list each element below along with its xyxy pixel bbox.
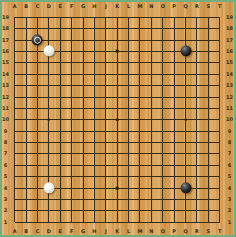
board-cell-D8[interactable] <box>43 137 54 148</box>
board-cell-F3[interactable] <box>66 194 77 205</box>
board-cell-D4[interactable] <box>43 182 54 193</box>
board-cell-L16[interactable] <box>123 46 134 57</box>
board-cell-N19[interactable] <box>146 12 157 23</box>
board-cell-M17[interactable] <box>134 34 145 45</box>
board-cell-B12[interactable] <box>20 91 31 102</box>
board-cell-G19[interactable] <box>77 12 88 23</box>
board-cell-C15[interactable] <box>32 57 43 68</box>
board-cell-B2[interactable] <box>20 205 31 216</box>
board-cell-S15[interactable] <box>203 57 214 68</box>
board-cell-J13[interactable] <box>100 80 111 91</box>
board-cell-C8[interactable] <box>32 137 43 148</box>
board-cell-D16[interactable] <box>43 46 54 57</box>
board-cell-M14[interactable] <box>134 69 145 80</box>
board-cell-N13[interactable] <box>146 80 157 91</box>
board-cell-C19[interactable] <box>32 12 43 23</box>
board-cell-P6[interactable] <box>168 160 179 171</box>
board-cell-F19[interactable] <box>66 12 77 23</box>
board-cell-Q7[interactable] <box>180 148 191 159</box>
board-cell-G18[interactable] <box>77 23 88 34</box>
board-cell-C17[interactable] <box>32 34 43 45</box>
board-cell-L3[interactable] <box>123 194 134 205</box>
board-cell-R13[interactable] <box>191 80 202 91</box>
board-cell-A4[interactable] <box>9 182 20 193</box>
board-cell-E11[interactable] <box>55 103 66 114</box>
board-cell-E5[interactable] <box>55 171 66 182</box>
board-cell-O15[interactable] <box>157 57 168 68</box>
board-cell-N15[interactable] <box>146 57 157 68</box>
board-cell-J6[interactable] <box>100 160 111 171</box>
board-cell-N17[interactable] <box>146 34 157 45</box>
board-cell-T10[interactable] <box>214 114 225 125</box>
board-cell-A7[interactable] <box>9 148 20 159</box>
board-cell-P14[interactable] <box>168 69 179 80</box>
board-cell-O12[interactable] <box>157 91 168 102</box>
board-cell-D11[interactable] <box>43 103 54 114</box>
board-cell-R2[interactable] <box>191 205 202 216</box>
board-cell-P8[interactable] <box>168 137 179 148</box>
board-cell-A12[interactable] <box>9 91 20 102</box>
board-cell-E18[interactable] <box>55 23 66 34</box>
board-cell-Q13[interactable] <box>180 80 191 91</box>
board-cell-D15[interactable] <box>43 57 54 68</box>
board-cell-N1[interactable] <box>146 217 157 228</box>
board-cell-H5[interactable] <box>89 171 100 182</box>
board-cell-B1[interactable] <box>20 217 31 228</box>
board-cell-T13[interactable] <box>214 80 225 91</box>
board-cell-G2[interactable] <box>77 205 88 216</box>
board-cell-E3[interactable] <box>55 194 66 205</box>
board-cell-L5[interactable] <box>123 171 134 182</box>
board-cell-B9[interactable] <box>20 126 31 137</box>
board-cell-S12[interactable] <box>203 91 214 102</box>
board-cell-B16[interactable] <box>20 46 31 57</box>
board-cell-J7[interactable] <box>100 148 111 159</box>
board-cell-M11[interactable] <box>134 103 145 114</box>
board-cell-D6[interactable] <box>43 160 54 171</box>
board-cell-T7[interactable] <box>214 148 225 159</box>
board-cell-H14[interactable] <box>89 69 100 80</box>
board-cell-F2[interactable] <box>66 205 77 216</box>
board-cell-A11[interactable] <box>9 103 20 114</box>
board-cell-A3[interactable] <box>9 194 20 205</box>
board-cell-S18[interactable] <box>203 23 214 34</box>
board-cell-Q14[interactable] <box>180 69 191 80</box>
board-cell-F9[interactable] <box>66 126 77 137</box>
board-cell-A13[interactable] <box>9 80 20 91</box>
board-cell-D18[interactable] <box>43 23 54 34</box>
board-cell-H13[interactable] <box>89 80 100 91</box>
board-cell-Q2[interactable] <box>180 205 191 216</box>
board-cell-E19[interactable] <box>55 12 66 23</box>
board-cell-M1[interactable] <box>134 217 145 228</box>
board-cell-N14[interactable] <box>146 69 157 80</box>
board-cell-G5[interactable] <box>77 171 88 182</box>
board-cell-H4[interactable] <box>89 182 100 193</box>
board-cell-S6[interactable] <box>203 160 214 171</box>
board-cell-Q15[interactable] <box>180 57 191 68</box>
board-cell-Q8[interactable] <box>180 137 191 148</box>
board-cell-Q18[interactable] <box>180 23 191 34</box>
board-cell-R8[interactable] <box>191 137 202 148</box>
board-cell-E2[interactable] <box>55 205 66 216</box>
board-cell-T8[interactable] <box>214 137 225 148</box>
board-cell-K6[interactable] <box>112 160 123 171</box>
board-cell-C1[interactable] <box>32 217 43 228</box>
board-cell-R11[interactable] <box>191 103 202 114</box>
board-cell-L18[interactable] <box>123 23 134 34</box>
board-cell-M19[interactable] <box>134 12 145 23</box>
board-cell-M16[interactable] <box>134 46 145 57</box>
board-cell-R1[interactable] <box>191 217 202 228</box>
board-cell-J11[interactable] <box>100 103 111 114</box>
board-cell-H16[interactable] <box>89 46 100 57</box>
board-cell-A2[interactable] <box>9 205 20 216</box>
board-cell-M12[interactable] <box>134 91 145 102</box>
board-cell-D9[interactable] <box>43 126 54 137</box>
board-cell-C7[interactable] <box>32 148 43 159</box>
board-cell-S5[interactable] <box>203 171 214 182</box>
board-cell-C13[interactable] <box>32 80 43 91</box>
board-cell-M18[interactable] <box>134 23 145 34</box>
board-cell-E15[interactable] <box>55 57 66 68</box>
board-cell-D12[interactable] <box>43 91 54 102</box>
board-cell-Q16[interactable] <box>180 46 191 57</box>
board-cell-B11[interactable] <box>20 103 31 114</box>
board-cell-B10[interactable] <box>20 114 31 125</box>
board-cell-E1[interactable] <box>55 217 66 228</box>
board-cell-T14[interactable] <box>214 69 225 80</box>
board-cell-G9[interactable] <box>77 126 88 137</box>
board-cell-J18[interactable] <box>100 23 111 34</box>
board-cell-K19[interactable] <box>112 12 123 23</box>
board-cell-K1[interactable] <box>112 217 123 228</box>
board-cell-P13[interactable] <box>168 80 179 91</box>
board-cell-H9[interactable] <box>89 126 100 137</box>
board-cell-P1[interactable] <box>168 217 179 228</box>
board-cell-G10[interactable] <box>77 114 88 125</box>
board-cell-S8[interactable] <box>203 137 214 148</box>
board-cell-F16[interactable] <box>66 46 77 57</box>
board-cell-D5[interactable] <box>43 171 54 182</box>
board-cell-E9[interactable] <box>55 126 66 137</box>
board-cell-L6[interactable] <box>123 160 134 171</box>
board-cell-T2[interactable] <box>214 205 225 216</box>
board-cell-J17[interactable] <box>100 34 111 45</box>
board-cell-L19[interactable] <box>123 12 134 23</box>
board-cell-P12[interactable] <box>168 91 179 102</box>
board-cell-T19[interactable] <box>214 12 225 23</box>
board-cell-T6[interactable] <box>214 160 225 171</box>
board-cell-F12[interactable] <box>66 91 77 102</box>
board-cell-F1[interactable] <box>66 217 77 228</box>
board-cell-A1[interactable] <box>9 217 20 228</box>
board-cell-M9[interactable] <box>134 126 145 137</box>
board-cell-P11[interactable] <box>168 103 179 114</box>
board-cell-R19[interactable] <box>191 12 202 23</box>
board-cell-N6[interactable] <box>146 160 157 171</box>
board-cell-J19[interactable] <box>100 12 111 23</box>
board-cell-O7[interactable] <box>157 148 168 159</box>
board-cell-T4[interactable] <box>214 182 225 193</box>
board-cell-S10[interactable] <box>203 114 214 125</box>
board-cell-P3[interactable] <box>168 194 179 205</box>
board-cell-J5[interactable] <box>100 171 111 182</box>
board-cell-R9[interactable] <box>191 126 202 137</box>
board-cell-T18[interactable] <box>214 23 225 34</box>
board-cell-R5[interactable] <box>191 171 202 182</box>
board-cell-G4[interactable] <box>77 182 88 193</box>
board-cell-P9[interactable] <box>168 126 179 137</box>
board-cell-M5[interactable] <box>134 171 145 182</box>
board-cell-T12[interactable] <box>214 91 225 102</box>
board-cell-G3[interactable] <box>77 194 88 205</box>
board-cell-S9[interactable] <box>203 126 214 137</box>
board-cell-C4[interactable] <box>32 182 43 193</box>
board-cell-G15[interactable] <box>77 57 88 68</box>
board-cell-S7[interactable] <box>203 148 214 159</box>
board-cell-F5[interactable] <box>66 171 77 182</box>
board-cell-E14[interactable] <box>55 69 66 80</box>
board-cell-N12[interactable] <box>146 91 157 102</box>
board-cell-K12[interactable] <box>112 91 123 102</box>
board-cell-C6[interactable] <box>32 160 43 171</box>
board-cell-F7[interactable] <box>66 148 77 159</box>
board-cell-H19[interactable] <box>89 12 100 23</box>
board-cell-L15[interactable] <box>123 57 134 68</box>
board-cell-E8[interactable] <box>55 137 66 148</box>
board-cell-R17[interactable] <box>191 34 202 45</box>
board-cell-F14[interactable] <box>66 69 77 80</box>
board-cell-H12[interactable] <box>89 91 100 102</box>
board-cell-K15[interactable] <box>112 57 123 68</box>
board-cell-O19[interactable] <box>157 12 168 23</box>
board-cell-O4[interactable] <box>157 182 168 193</box>
board-cell-H7[interactable] <box>89 148 100 159</box>
board-cell-C16[interactable] <box>32 46 43 57</box>
board-cell-P5[interactable] <box>168 171 179 182</box>
board-cell-H8[interactable] <box>89 137 100 148</box>
board-cell-T11[interactable] <box>214 103 225 114</box>
board-cell-S11[interactable] <box>203 103 214 114</box>
board-cell-K14[interactable] <box>112 69 123 80</box>
board-cell-N3[interactable] <box>146 194 157 205</box>
board-cell-E12[interactable] <box>55 91 66 102</box>
board-cell-O6[interactable] <box>157 160 168 171</box>
board-cell-S1[interactable] <box>203 217 214 228</box>
board-cell-P19[interactable] <box>168 12 179 23</box>
board-cell-T17[interactable] <box>214 34 225 45</box>
board-cell-P2[interactable] <box>168 205 179 216</box>
board-cell-F4[interactable] <box>66 182 77 193</box>
board-cell-F13[interactable] <box>66 80 77 91</box>
board-cell-Q12[interactable] <box>180 91 191 102</box>
board-cell-E10[interactable] <box>55 114 66 125</box>
board-cell-O11[interactable] <box>157 103 168 114</box>
board-cell-R18[interactable] <box>191 23 202 34</box>
board-cell-B3[interactable] <box>20 194 31 205</box>
board-cell-B5[interactable] <box>20 171 31 182</box>
board-cell-O5[interactable] <box>157 171 168 182</box>
board-cell-B13[interactable] <box>20 80 31 91</box>
board-cell-K13[interactable] <box>112 80 123 91</box>
board-cell-K18[interactable] <box>112 23 123 34</box>
board-cell-B8[interactable] <box>20 137 31 148</box>
board-cell-N8[interactable] <box>146 137 157 148</box>
board-cell-L17[interactable] <box>123 34 134 45</box>
board-cell-N16[interactable] <box>146 46 157 57</box>
board-cell-C12[interactable] <box>32 91 43 102</box>
board-cell-P4[interactable] <box>168 182 179 193</box>
board-cell-N7[interactable] <box>146 148 157 159</box>
board-cell-N11[interactable] <box>146 103 157 114</box>
board-cell-R3[interactable] <box>191 194 202 205</box>
board-cell-K8[interactable] <box>112 137 123 148</box>
board-cell-O3[interactable] <box>157 194 168 205</box>
board-cell-J4[interactable] <box>100 182 111 193</box>
board-cell-P17[interactable] <box>168 34 179 45</box>
board-cell-J14[interactable] <box>100 69 111 80</box>
board-cell-E17[interactable] <box>55 34 66 45</box>
board-cell-J2[interactable] <box>100 205 111 216</box>
board-cell-L2[interactable] <box>123 205 134 216</box>
board-cell-L8[interactable] <box>123 137 134 148</box>
board-cell-P10[interactable] <box>168 114 179 125</box>
board-cell-B14[interactable] <box>20 69 31 80</box>
board-cell-D10[interactable] <box>43 114 54 125</box>
board-cell-F11[interactable] <box>66 103 77 114</box>
board-cell-J9[interactable] <box>100 126 111 137</box>
board-cell-T3[interactable] <box>214 194 225 205</box>
board-cell-T1[interactable] <box>214 217 225 228</box>
board-cell-G16[interactable] <box>77 46 88 57</box>
board-cell-Q1[interactable] <box>180 217 191 228</box>
board-cell-D1[interactable] <box>43 217 54 228</box>
board-cell-H1[interactable] <box>89 217 100 228</box>
board-cell-D3[interactable] <box>43 194 54 205</box>
board-cell-R10[interactable] <box>191 114 202 125</box>
board-cell-C18[interactable] <box>32 23 43 34</box>
board-cell-S14[interactable] <box>203 69 214 80</box>
board-cell-M8[interactable] <box>134 137 145 148</box>
board-cell-Q17[interactable] <box>180 34 191 45</box>
board-cell-N2[interactable] <box>146 205 157 216</box>
board-cell-A8[interactable] <box>9 137 20 148</box>
board-cell-D17[interactable] <box>43 34 54 45</box>
board-cell-G1[interactable] <box>77 217 88 228</box>
board-cell-O2[interactable] <box>157 205 168 216</box>
board-cell-M6[interactable] <box>134 160 145 171</box>
board-cell-Q4[interactable] <box>180 182 191 193</box>
board-cell-F17[interactable] <box>66 34 77 45</box>
board-cell-D14[interactable] <box>43 69 54 80</box>
board-cell-A6[interactable] <box>9 160 20 171</box>
board-cell-S19[interactable] <box>203 12 214 23</box>
board-cell-A15[interactable] <box>9 57 20 68</box>
board-cell-G14[interactable] <box>77 69 88 80</box>
board-cell-O8[interactable] <box>157 137 168 148</box>
board-cell-Q19[interactable] <box>180 12 191 23</box>
board-cell-O9[interactable] <box>157 126 168 137</box>
board-cell-O13[interactable] <box>157 80 168 91</box>
board-cell-D13[interactable] <box>43 80 54 91</box>
board-cell-H3[interactable] <box>89 194 100 205</box>
board-cell-A19[interactable] <box>9 12 20 23</box>
board-cell-D2[interactable] <box>43 205 54 216</box>
board-cell-J15[interactable] <box>100 57 111 68</box>
board-cell-S3[interactable] <box>203 194 214 205</box>
board-cell-R6[interactable] <box>191 160 202 171</box>
board-cell-E4[interactable] <box>55 182 66 193</box>
board-cell-Q10[interactable] <box>180 114 191 125</box>
board-cell-C2[interactable] <box>32 205 43 216</box>
board-cell-T15[interactable] <box>214 57 225 68</box>
board-cell-T5[interactable] <box>214 171 225 182</box>
board-cell-H6[interactable] <box>89 160 100 171</box>
board-cell-K11[interactable] <box>112 103 123 114</box>
board-cell-L14[interactable] <box>123 69 134 80</box>
board-cell-O14[interactable] <box>157 69 168 80</box>
board-cell-P7[interactable] <box>168 148 179 159</box>
board-cell-K7[interactable] <box>112 148 123 159</box>
board-cell-E6[interactable] <box>55 160 66 171</box>
board-cell-L1[interactable] <box>123 217 134 228</box>
board-cell-C14[interactable] <box>32 69 43 80</box>
board-cell-R12[interactable] <box>191 91 202 102</box>
board-cell-S17[interactable] <box>203 34 214 45</box>
board-cell-K9[interactable] <box>112 126 123 137</box>
board-cell-H2[interactable] <box>89 205 100 216</box>
board-cell-H15[interactable] <box>89 57 100 68</box>
board-cell-F8[interactable] <box>66 137 77 148</box>
board-cell-G8[interactable] <box>77 137 88 148</box>
board-cell-M3[interactable] <box>134 194 145 205</box>
board-cell-B6[interactable] <box>20 160 31 171</box>
board-cell-E7[interactable] <box>55 148 66 159</box>
board-cell-O16[interactable] <box>157 46 168 57</box>
board-cell-K2[interactable] <box>112 205 123 216</box>
board-cell-A16[interactable] <box>9 46 20 57</box>
board-cell-F15[interactable] <box>66 57 77 68</box>
board-cell-B17[interactable] <box>20 34 31 45</box>
board-cell-C5[interactable] <box>32 171 43 182</box>
board-cell-N10[interactable] <box>146 114 157 125</box>
board-cell-L11[interactable] <box>123 103 134 114</box>
board-cell-N4[interactable] <box>146 182 157 193</box>
board-cell-K10[interactable] <box>112 114 123 125</box>
board-cell-A14[interactable] <box>9 69 20 80</box>
board-cell-Q11[interactable] <box>180 103 191 114</box>
board-cell-A5[interactable] <box>9 171 20 182</box>
board-cell-O1[interactable] <box>157 217 168 228</box>
board-cell-H18[interactable] <box>89 23 100 34</box>
board-cell-H10[interactable] <box>89 114 100 125</box>
board-cell-H11[interactable] <box>89 103 100 114</box>
board-cell-Q3[interactable] <box>180 194 191 205</box>
board-cell-G6[interactable] <box>77 160 88 171</box>
board-cell-G17[interactable] <box>77 34 88 45</box>
board-cell-A17[interactable] <box>9 34 20 45</box>
board-cell-J12[interactable] <box>100 91 111 102</box>
board-cell-B7[interactable] <box>20 148 31 159</box>
board-cell-M13[interactable] <box>134 80 145 91</box>
board-cell-Q5[interactable] <box>180 171 191 182</box>
board-cell-P18[interactable] <box>168 23 179 34</box>
board-cell-L13[interactable] <box>123 80 134 91</box>
board-cell-E16[interactable] <box>55 46 66 57</box>
board-cell-S13[interactable] <box>203 80 214 91</box>
board-cell-T16[interactable] <box>214 46 225 57</box>
